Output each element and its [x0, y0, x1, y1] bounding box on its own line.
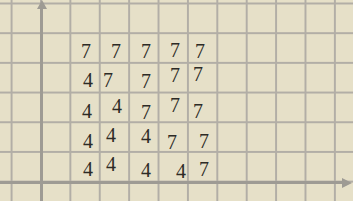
cell-value: 4 — [176, 161, 186, 181]
cell-value: 4 — [141, 160, 151, 180]
cell-value: 4 — [106, 125, 116, 145]
cell-value: 7 — [141, 71, 151, 91]
cell-value: 7 — [103, 70, 113, 90]
cell-value: 4 — [83, 131, 93, 151]
cell-value: 7 — [199, 159, 209, 179]
cell-value: 7 — [199, 131, 209, 151]
cell-value: 7 — [81, 41, 91, 61]
cell-value: 4 — [82, 101, 92, 121]
cell-value: 4 — [83, 70, 93, 90]
cell-value: 7 — [195, 41, 205, 61]
plotted-values: 7777747777447774447744447 — [0, 0, 353, 201]
cell-value: 4 — [83, 159, 93, 179]
cell-value: 7 — [193, 64, 203, 84]
cell-value: 4 — [141, 126, 151, 146]
cell-value: 4 — [112, 96, 122, 116]
cell-value: 7 — [170, 40, 180, 60]
cell-value: 7 — [170, 95, 180, 115]
cell-value: 4 — [106, 154, 116, 174]
coordinate-grid: 7777747777447774447744447 — [0, 0, 353, 201]
cell-value: 7 — [111, 41, 121, 61]
cell-value: 7 — [170, 65, 180, 85]
cell-value: 7 — [141, 41, 151, 61]
cell-value: 7 — [141, 102, 151, 122]
cell-value: 7 — [167, 132, 177, 152]
cell-value: 7 — [193, 101, 203, 121]
